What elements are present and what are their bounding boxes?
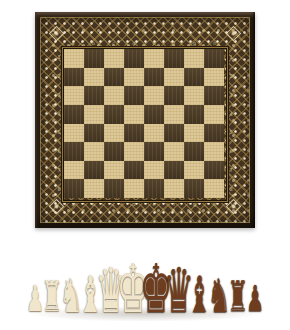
file-label-h: h <box>205 202 225 208</box>
square-g3[interactable] <box>184 86 204 105</box>
pieces-row: ♟♜♞♝♛♚♚♛♝♞♜♟ <box>0 254 290 310</box>
file-label-c: c <box>104 202 124 208</box>
square-c5[interactable] <box>104 124 124 143</box>
square-f8[interactable] <box>164 179 184 198</box>
square-a5[interactable] <box>64 124 84 143</box>
piece-brown-bishop[interactable]: ♝ <box>191 270 209 310</box>
file-label-g: g <box>185 41 205 47</box>
file-label-a: a <box>63 41 83 47</box>
rank-label-6: 6 <box>228 142 234 161</box>
piece-brown-pawn[interactable]: ♟ <box>248 281 263 310</box>
square-f3[interactable] <box>164 86 184 105</box>
square-d3[interactable] <box>124 86 144 105</box>
file-label-d: d <box>124 202 144 208</box>
square-e1[interactable] <box>144 49 164 68</box>
square-c2[interactable] <box>104 68 124 87</box>
square-d6[interactable] <box>124 142 144 161</box>
square-g4[interactable] <box>184 105 204 124</box>
square-g6[interactable] <box>184 142 204 161</box>
square-a1[interactable] <box>64 49 84 68</box>
square-e2[interactable] <box>144 68 164 87</box>
rank-label-6: 6 <box>56 142 62 161</box>
square-b8[interactable] <box>84 179 104 198</box>
square-c4[interactable] <box>104 105 124 124</box>
square-h3[interactable] <box>204 86 224 105</box>
rank-label-8: 8 <box>56 180 62 199</box>
square-h4[interactable] <box>204 105 224 124</box>
square-d2[interactable] <box>124 68 144 87</box>
square-h6[interactable] <box>204 142 224 161</box>
piece-white-pawn[interactable]: ♟ <box>28 281 43 310</box>
square-g5[interactable] <box>184 124 204 143</box>
square-b4[interactable] <box>84 105 104 124</box>
square-g8[interactable] <box>184 179 204 198</box>
rank-label-5: 5 <box>56 124 62 143</box>
board-grid <box>64 49 224 198</box>
rank-label-5: 5 <box>228 124 234 143</box>
square-a2[interactable] <box>64 68 84 87</box>
rank-label-8: 8 <box>228 180 234 199</box>
square-h1[interactable] <box>204 49 224 68</box>
piece-brown-rook[interactable]: ♜ <box>230 276 247 310</box>
square-b1[interactable] <box>84 49 104 68</box>
square-f1[interactable] <box>164 49 184 68</box>
square-c1[interactable] <box>104 49 124 68</box>
square-h7[interactable] <box>204 161 224 180</box>
square-b2[interactable] <box>84 68 104 87</box>
square-c6[interactable] <box>104 142 124 161</box>
rank-labels-left: 12345678 <box>56 48 62 199</box>
square-g7[interactable] <box>184 161 204 180</box>
square-d5[interactable] <box>124 124 144 143</box>
square-a8[interactable] <box>64 179 84 198</box>
square-c8[interactable] <box>104 179 124 198</box>
square-h2[interactable] <box>204 68 224 87</box>
file-label-d: d <box>124 41 144 47</box>
file-label-b: b <box>83 41 103 47</box>
square-e5[interactable] <box>144 124 164 143</box>
file-label-a: a <box>63 202 83 208</box>
square-f7[interactable] <box>164 161 184 180</box>
square-g2[interactable] <box>184 68 204 87</box>
file-label-e: e <box>144 202 164 208</box>
file-label-c: c <box>104 41 124 47</box>
brown-rook-icon: ♜ <box>228 276 249 318</box>
square-e3[interactable] <box>144 86 164 105</box>
square-a4[interactable] <box>64 105 84 124</box>
square-d8[interactable] <box>124 179 144 198</box>
square-h5[interactable] <box>204 124 224 143</box>
rank-label-1: 1 <box>228 48 234 67</box>
rank-label-4: 4 <box>228 105 234 124</box>
square-d7[interactable] <box>124 161 144 180</box>
square-b7[interactable] <box>84 161 104 180</box>
rank-label-2: 2 <box>56 67 62 86</box>
chess-board: abcdefgh abcdefgh 12345678 12345678 <box>35 12 255 228</box>
corner-inlay-motif <box>226 199 242 215</box>
square-b3[interactable] <box>84 86 104 105</box>
square-d4[interactable] <box>124 105 144 124</box>
square-b5[interactable] <box>84 124 104 143</box>
square-f2[interactable] <box>164 68 184 87</box>
rank-label-4: 4 <box>56 105 62 124</box>
square-f6[interactable] <box>164 142 184 161</box>
square-e7[interactable] <box>144 161 164 180</box>
file-label-g: g <box>185 202 205 208</box>
rank-label-3: 3 <box>228 86 234 105</box>
square-e6[interactable] <box>144 142 164 161</box>
file-label-h: h <box>205 41 225 47</box>
rank-label-3: 3 <box>56 86 62 105</box>
corner-inlay-motif <box>49 26 65 42</box>
square-d1[interactable] <box>124 49 144 68</box>
rank-label-7: 7 <box>56 161 62 180</box>
board-field-frame <box>63 48 227 201</box>
file-label-f: f <box>164 202 184 208</box>
square-g1[interactable] <box>184 49 204 68</box>
rank-label-2: 2 <box>228 67 234 86</box>
square-c3[interactable] <box>104 86 124 105</box>
square-e8[interactable] <box>144 179 164 198</box>
square-e4[interactable] <box>144 105 164 124</box>
square-f4[interactable] <box>164 105 184 124</box>
square-c7[interactable] <box>104 161 124 180</box>
rank-label-7: 7 <box>228 161 234 180</box>
square-a3[interactable] <box>64 86 84 105</box>
corner-inlay-motif <box>49 199 65 215</box>
square-b6[interactable] <box>84 142 104 161</box>
file-labels-top: abcdefgh <box>63 41 225 47</box>
file-label-b: b <box>83 202 103 208</box>
corner-inlay-motif <box>226 26 242 42</box>
rank-label-1: 1 <box>56 48 62 67</box>
file-label-e: e <box>144 41 164 47</box>
file-label-f: f <box>164 41 184 47</box>
piece-brown-knight[interactable]: ♞ <box>210 272 229 310</box>
square-h8[interactable] <box>204 179 224 198</box>
brown-pawn-icon: ♟ <box>246 281 264 317</box>
square-f5[interactable] <box>164 124 184 143</box>
file-labels-bottom: abcdefgh <box>63 202 225 208</box>
square-a7[interactable] <box>64 161 84 180</box>
rank-labels-right: 12345678 <box>228 48 234 199</box>
piece-white-rook[interactable]: ♜ <box>44 276 61 310</box>
square-a6[interactable] <box>64 142 84 161</box>
